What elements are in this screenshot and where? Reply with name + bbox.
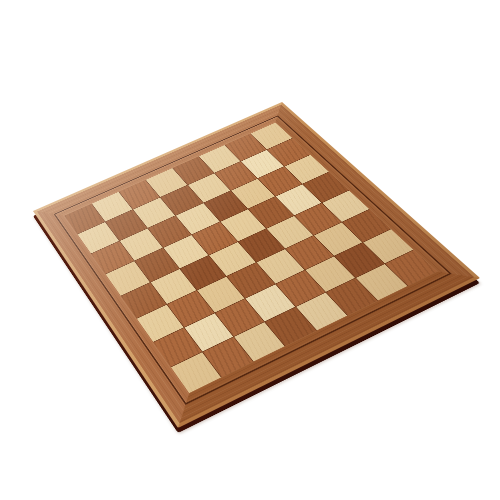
product-photo: [0, 0, 500, 500]
chessboard: [0, 0, 500, 500]
playing-field: [65, 123, 437, 393]
board-top-face: [33, 102, 480, 428]
